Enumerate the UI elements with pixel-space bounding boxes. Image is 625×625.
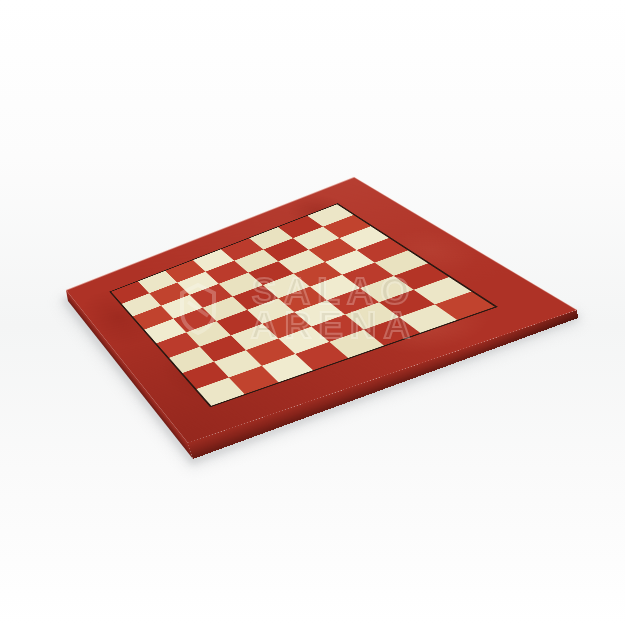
scene: SALAO ARENA xyxy=(0,0,625,625)
